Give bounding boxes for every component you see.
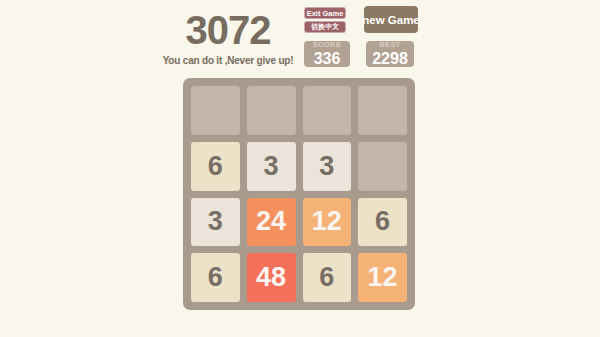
score-value: 336 xyxy=(314,51,341,67)
score-box: SCORE 336 xyxy=(304,41,350,67)
header: 3072 You can do it ,Never give up! xyxy=(156,8,300,67)
new-game-button[interactable]: new Game xyxy=(364,6,418,33)
game-title: 3072 xyxy=(156,8,300,52)
empty-cell xyxy=(191,86,240,135)
game-board[interactable]: 633324126648612 xyxy=(183,78,415,310)
tile-12: 12 xyxy=(303,198,352,247)
exit-game-button[interactable]: Exit Game xyxy=(304,7,346,19)
empty-cell xyxy=(247,86,296,135)
tile-24: 24 xyxy=(247,198,296,247)
tile-3: 3 xyxy=(191,198,240,247)
score-label: SCORE xyxy=(313,41,342,49)
game-page: 3072 You can do it ,Never give up! Exit … xyxy=(0,0,600,337)
tile-3: 3 xyxy=(303,142,352,191)
tile-6: 6 xyxy=(191,253,240,302)
motivation-text: You can do it ,Never give up! xyxy=(156,55,300,67)
tile-6: 6 xyxy=(358,198,407,247)
tile-48: 48 xyxy=(247,253,296,302)
tile-6: 6 xyxy=(191,142,240,191)
tile-3: 3 xyxy=(247,142,296,191)
empty-cell xyxy=(358,86,407,135)
empty-cell xyxy=(358,142,407,191)
best-box: BEST 2298 xyxy=(366,41,414,67)
switch-language-button[interactable]: 切换中文 xyxy=(304,21,346,33)
empty-cell xyxy=(303,86,352,135)
tile-6: 6 xyxy=(303,253,352,302)
best-value: 2298 xyxy=(372,51,408,67)
tile-12: 12 xyxy=(358,253,407,302)
best-label: BEST xyxy=(379,41,401,49)
